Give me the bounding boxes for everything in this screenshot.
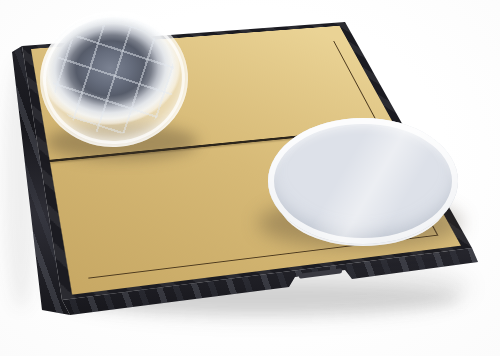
white-bowl-stones: [268, 118, 458, 244]
product-photo: [0, 0, 500, 356]
white-stones-bowl: [268, 118, 458, 250]
black-stones-bowl: [35, 6, 192, 152]
